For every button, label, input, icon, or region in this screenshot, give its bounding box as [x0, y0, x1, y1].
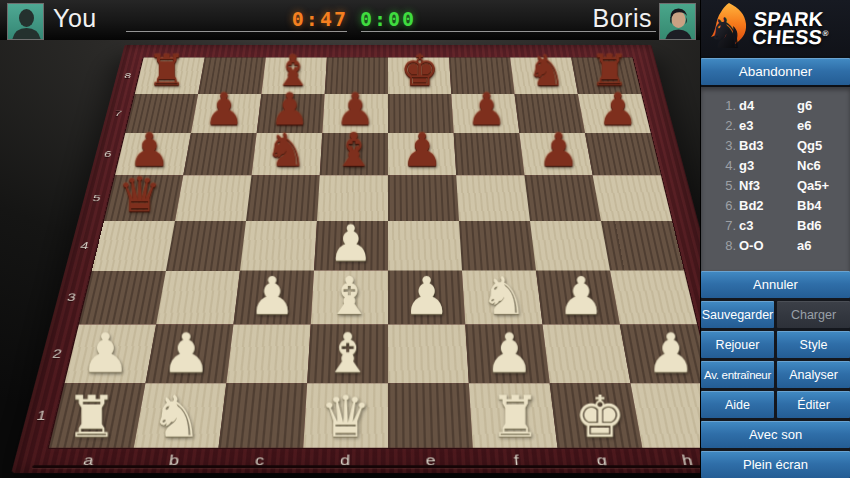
aide-button[interactable]: Aide — [701, 391, 774, 418]
square-a2[interactable]: ♟ — [65, 324, 157, 383]
square-g3[interactable]: ♟ — [536, 271, 620, 325]
av-entraineur-button[interactable]: Av. entraîneur — [701, 361, 774, 388]
square-g2[interactable] — [543, 324, 631, 383]
plein-ecran-button[interactable]: Plein écran — [701, 451, 850, 478]
sauvegarder-button[interactable]: Sauvegarder — [701, 301, 774, 328]
square-b1[interactable]: ♞ — [134, 383, 227, 448]
person-silhouette-icon — [8, 4, 44, 40]
square-e8[interactable]: ♚ — [388, 58, 451, 94]
square-f7[interactable]: ♟ — [451, 94, 519, 133]
square-a5[interactable]: ♛ — [104, 175, 183, 221]
piece-white-bishop[interactable]: ♝ — [311, 267, 388, 324]
piece-white-rook[interactable]: ♜ — [49, 385, 134, 447]
square-e4[interactable] — [388, 221, 462, 271]
player-name-you: You — [53, 4, 97, 33]
logo-text: SPARK CHESS® — [751, 10, 830, 47]
square-e3[interactable]: ♟ — [388, 271, 465, 325]
piece-black-king[interactable]: ♚ — [388, 47, 451, 93]
square-c4[interactable] — [240, 221, 317, 271]
piece-black-pawn[interactable]: ♟ — [191, 84, 257, 132]
square-a1[interactable]: ♜ — [49, 383, 146, 448]
avec-son-button[interactable]: Avec son — [701, 421, 850, 448]
piece-black-pawn[interactable]: ♟ — [585, 84, 651, 132]
square-f5[interactable] — [456, 175, 530, 221]
style-button[interactable]: Style — [777, 331, 850, 358]
piece-white-bishop[interactable]: ♝ — [307, 323, 388, 382]
analyser-button[interactable]: Analyser — [777, 361, 850, 388]
square-e5[interactable] — [388, 175, 459, 221]
square-a3[interactable] — [79, 271, 166, 325]
square-c5[interactable] — [246, 175, 320, 221]
move-row: 1. d4 g6 — [715, 95, 840, 115]
piece-white-pawn[interactable]: ♟ — [630, 323, 700, 382]
square-e1[interactable] — [388, 383, 473, 448]
square-g6[interactable]: ♟ — [519, 133, 592, 175]
square-c2[interactable] — [226, 324, 310, 383]
piece-white-queen[interactable]: ♛ — [303, 385, 388, 447]
file-label-f: f — [473, 449, 560, 470]
sparkchess-app: 87654321 abcdefgh ♜♝♚♞♜♟♟♟♟♟♟♞♝♟♟♛♟♟♝♟♞♟… — [0, 0, 850, 478]
piece-black-pawn[interactable]: ♟ — [388, 125, 456, 175]
piece-white-pawn[interactable]: ♟ — [388, 267, 465, 324]
piece-black-queen[interactable]: ♛ — [104, 168, 175, 220]
square-e6[interactable]: ♟ — [388, 133, 456, 175]
piece-black-rook[interactable]: ♜ — [135, 47, 198, 93]
square-b3[interactable] — [156, 271, 240, 325]
piece-white-king[interactable]: ♚ — [557, 385, 642, 447]
piece-black-pawn[interactable]: ♟ — [524, 125, 592, 175]
file-label-e: e — [388, 449, 474, 470]
file-labels: abcdefgh — [44, 449, 700, 470]
square-b6[interactable] — [183, 133, 256, 175]
player-name-boris: Boris — [593, 4, 652, 33]
piece-black-bishop[interactable]: ♝ — [320, 125, 388, 175]
square-g4[interactable] — [530, 221, 610, 271]
you-underline — [126, 31, 347, 32]
piece-white-knight[interactable]: ♞ — [465, 267, 542, 324]
square-d6[interactable]: ♝ — [320, 133, 388, 175]
square-d1[interactable]: ♛ — [303, 383, 388, 448]
square-c1[interactable] — [218, 383, 307, 448]
abandon-button[interactable]: Abandonner — [701, 58, 850, 85]
square-h5[interactable] — [593, 175, 672, 221]
piece-white-rook[interactable]: ♜ — [473, 385, 558, 447]
square-h3[interactable] — [610, 271, 697, 325]
piece-white-pawn[interactable]: ♟ — [234, 267, 311, 324]
file-label-g: g — [558, 449, 647, 470]
move-row: 5. Nf3 Qa5+ — [715, 175, 840, 195]
file-label-h: h — [642, 449, 700, 470]
square-h6[interactable] — [585, 133, 661, 175]
square-e2[interactable] — [388, 324, 469, 383]
square-b5[interactable] — [175, 175, 252, 221]
square-c3[interactable]: ♟ — [233, 271, 314, 325]
piece-white-pawn[interactable]: ♟ — [314, 216, 388, 270]
file-label-b: b — [130, 449, 219, 470]
square-d3[interactable]: ♝ — [311, 271, 388, 325]
file-label-c: c — [216, 449, 303, 470]
editer-button[interactable]: Éditer — [777, 391, 850, 418]
button-stack: Annuler Sauvegarder Charger Rejouer Styl… — [701, 271, 850, 478]
piece-white-pawn[interactable]: ♟ — [542, 267, 619, 324]
boris-avatar[interactable] — [659, 3, 696, 40]
charger-button[interactable]: Charger — [777, 301, 850, 328]
square-d4[interactable]: ♟ — [314, 221, 388, 271]
flaming-knight-icon: ♞ — [705, 2, 753, 54]
piece-white-pawn[interactable]: ♟ — [469, 323, 550, 382]
file-label-d: d — [302, 449, 388, 470]
board-frame: 87654321 abcdefgh ♜♝♚♞♜♟♟♟♟♟♟♞♝♟♟♛♟♟♝♟♞♟… — [11, 45, 700, 473]
move-row: 7. c3 Bd6 — [715, 215, 840, 235]
move-row: 2. e3 e6 — [715, 115, 840, 135]
square-c6[interactable]: ♞ — [252, 133, 323, 175]
file-label-a: a — [44, 449, 134, 470]
rejouer-button[interactable]: Rejouer — [701, 331, 774, 358]
you-avatar[interactable] — [7, 3, 44, 40]
square-g5[interactable] — [524, 175, 601, 221]
piece-black-knight[interactable]: ♞ — [252, 125, 320, 175]
player-bar: You 0:47 0:00 Boris — [0, 0, 700, 40]
move-row: 3. Bd3 Qg5 — [715, 135, 840, 155]
piece-black-knight[interactable]: ♞ — [515, 47, 578, 93]
move-list: 1. d4 g6 2. e3 e6 3. Bd3 Qg5 4. g3 Nc6 5… — [701, 87, 850, 271]
square-f3[interactable]: ♞ — [462, 271, 543, 325]
square-h4[interactable] — [601, 221, 684, 271]
square-g8[interactable]: ♞ — [510, 58, 578, 94]
square-f2[interactable]: ♟ — [465, 324, 549, 383]
move-row: 8. O-O a6 — [715, 235, 840, 255]
board-scene: 87654321 abcdefgh ♜♝♚♞♜♟♟♟♟♟♟♞♝♟♟♛♟♟♝♟♞♟… — [78, 0, 698, 478]
square-g1[interactable]: ♚ — [550, 383, 643, 448]
board-groove — [32, 465, 700, 468]
square-f4[interactable] — [459, 221, 536, 271]
boris-portrait — [660, 4, 696, 40]
you-clock: 0:47 — [284, 7, 348, 31]
abandon-section: Abandonner — [701, 56, 850, 87]
square-a4[interactable] — [92, 221, 175, 271]
square-d2[interactable]: ♝ — [307, 324, 388, 383]
square-h2[interactable]: ♟ — [620, 324, 700, 383]
svg-text:♞: ♞ — [707, 9, 745, 54]
move-row: 4. g3 Nc6 — [715, 155, 840, 175]
board-area: 87654321 abcdefgh ♜♝♚♞♜♟♟♟♟♟♟♞♝♟♟♛♟♟♝♟♞♟… — [0, 0, 700, 478]
board-tilt: 87654321 abcdefgh ♜♝♚♞♜♟♟♟♟♟♟♞♝♟♟♛♟♟♝♟♞♟… — [11, 45, 700, 473]
square-b4[interactable] — [166, 221, 246, 271]
move-row: 6. Bd2 Bb4 — [715, 195, 840, 215]
piece-white-pawn[interactable]: ♟ — [65, 323, 146, 382]
square-f1[interactable]: ♜ — [469, 383, 558, 448]
piece-black-pawn[interactable]: ♟ — [454, 84, 520, 132]
boris-clock: 0:00 — [360, 7, 424, 31]
square-f6[interactable] — [454, 133, 525, 175]
square-b2[interactable]: ♟ — [145, 324, 233, 383]
annuler-button[interactable]: Annuler — [701, 271, 850, 298]
piece-white-knight[interactable]: ♞ — [134, 385, 219, 447]
board-grid: ♜♝♚♞♜♟♟♟♟♟♟♞♝♟♟♛♟♟♝♟♞♟♟♟♝♟♟♜♞♛♜♚ — [49, 58, 700, 448]
sparkchess-logo: ♞ SPARK CHESS® — [701, 0, 850, 56]
piece-white-pawn[interactable]: ♟ — [146, 323, 227, 382]
sidebar: ♞ SPARK CHESS® Abandonner 1. d4 g6 2. e3… — [700, 0, 850, 478]
